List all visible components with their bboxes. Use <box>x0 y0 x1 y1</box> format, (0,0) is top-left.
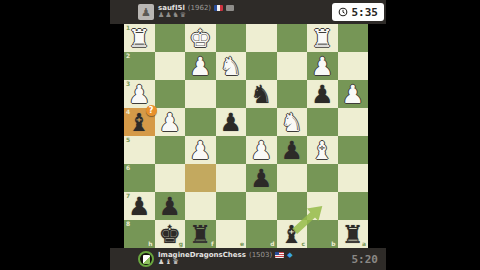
bottom-clock-time: 5:20 <box>352 253 379 266</box>
black-king[interactable]: ♚ <box>155 220 186 248</box>
square-d8[interactable]: d <box>246 220 277 248</box>
top-clock-time: 5:35 <box>352 6 379 19</box>
top-player-rating: (1962) <box>188 4 211 12</box>
file-label: c <box>301 241 305 247</box>
bottom-player-info[interactable]: ImagineDragonsChess (1503) ◆ ♟♝♛ <box>158 251 293 267</box>
square-f1[interactable]: ♚ <box>185 24 216 52</box>
square-g5[interactable] <box>155 136 186 164</box>
square-d4[interactable] <box>246 108 277 136</box>
square-h7[interactable]: ♟7 <box>124 192 155 220</box>
black-pawn[interactable]: ♟ <box>124 192 155 220</box>
square-e8[interactable]: e <box>216 220 247 248</box>
black-pawn[interactable]: ♟ <box>307 80 338 108</box>
white-rook[interactable]: ♜ <box>124 24 155 52</box>
square-f5[interactable]: ♟ <box>185 136 216 164</box>
square-d2[interactable] <box>246 52 277 80</box>
square-e4[interactable]: ♟ <box>216 108 247 136</box>
file-label: b <box>331 241 335 247</box>
top-player-avatar[interactable]: ♟ <box>138 4 154 20</box>
file-label: g <box>179 241 183 247</box>
white-pawn[interactable]: ♟ <box>246 136 277 164</box>
square-h3[interactable]: ♟3 <box>124 80 155 108</box>
black-knight[interactable]: ♞ <box>246 80 277 108</box>
square-c1[interactable] <box>277 24 308 52</box>
square-g2[interactable] <box>155 52 186 80</box>
square-e5[interactable] <box>216 136 247 164</box>
square-f2[interactable]: ♟ <box>185 52 216 80</box>
square-g7[interactable]: ♟ <box>155 192 186 220</box>
top-player-bar: ♟ saufI5l (1962) ♟♟♞♛ 5:35 <box>110 0 386 24</box>
square-c3[interactable] <box>277 80 308 108</box>
black-rook[interactable]: ♜ <box>338 220 369 248</box>
file-label: f <box>211 241 214 247</box>
rank-label: 2 <box>126 53 130 59</box>
black-pawn[interactable]: ♟ <box>277 136 308 164</box>
square-a6[interactable] <box>338 164 369 192</box>
square-b4[interactable] <box>307 108 338 136</box>
square-b7[interactable] <box>307 192 338 220</box>
rank-label: 5 <box>126 137 130 143</box>
square-f7[interactable] <box>185 192 216 220</box>
square-a8[interactable]: ♜a <box>338 220 369 248</box>
square-f6[interactable] <box>185 164 216 192</box>
rank-label: 6 <box>126 165 130 171</box>
mistake-badge: ? <box>146 105 157 116</box>
video-frame: ♟ saufI5l (1962) ♟♟♞♛ 5:35 <box>0 0 480 270</box>
square-e2[interactable]: ♞ <box>216 52 247 80</box>
square-a1[interactable] <box>338 24 369 52</box>
white-pawn[interactable]: ♟ <box>185 136 216 164</box>
square-f8[interactable]: ♜f <box>185 220 216 248</box>
file-label: h <box>148 241 152 247</box>
white-rook[interactable]: ♜ <box>307 24 338 52</box>
square-f4[interactable] <box>185 108 216 136</box>
square-a4[interactable] <box>338 108 369 136</box>
chess-board[interactable]: ♜1♚♜2♟♞♟♟3♞♟♟?♝4♟♟♞5♟♟♟♝6♟♟7♟8h♚g♜fed♝cb… <box>124 24 368 248</box>
square-h5[interactable]: 5 <box>124 136 155 164</box>
square-a3[interactable]: ♟ <box>338 80 369 108</box>
white-pawn[interactable]: ♟ <box>155 108 186 136</box>
square-g4[interactable]: ♟ <box>155 108 186 136</box>
square-g3[interactable] <box>155 80 186 108</box>
bottom-captured-pieces: ♟♝♛ <box>158 259 180 267</box>
diamond-badge-icon: ◆ <box>287 252 292 259</box>
square-c6[interactable] <box>277 164 308 192</box>
square-e7[interactable] <box>216 192 247 220</box>
square-g6[interactable] <box>155 164 186 192</box>
file-label: a <box>362 241 366 247</box>
square-a2[interactable] <box>338 52 369 80</box>
square-b8[interactable]: b <box>307 220 338 248</box>
rank-label: 8 <box>126 221 130 227</box>
square-a5[interactable] <box>338 136 369 164</box>
square-c7[interactable] <box>277 192 308 220</box>
square-h4[interactable]: ?♝4 <box>124 108 155 136</box>
square-h2[interactable]: 2 <box>124 52 155 80</box>
clock-icon <box>338 7 348 17</box>
bottom-player-avatar[interactable] <box>138 251 154 267</box>
square-h6[interactable]: 6 <box>124 164 155 192</box>
file-label: d <box>270 241 274 247</box>
square-c5[interactable]: ♟ <box>277 136 308 164</box>
black-pawn[interactable]: ♟ <box>155 192 186 220</box>
white-pawn[interactable]: ♟ <box>307 52 338 80</box>
black-rook[interactable]: ♜ <box>185 220 216 248</box>
square-c8[interactable]: ♝c <box>277 220 308 248</box>
player-badge-icon <box>226 5 234 11</box>
rank-label: 7 <box>126 193 130 199</box>
black-pawn[interactable]: ♟ <box>216 108 247 136</box>
bottom-player-rating: (1503) <box>249 251 272 259</box>
square-e3[interactable] <box>216 80 247 108</box>
rank-label: 3 <box>126 81 130 87</box>
top-clock: 5:35 <box>332 3 385 21</box>
square-e6[interactable] <box>216 164 247 192</box>
square-d5[interactable]: ♟ <box>246 136 277 164</box>
file-label: e <box>240 241 244 247</box>
square-h8[interactable]: 8h <box>124 220 155 248</box>
white-knight[interactable]: ♞ <box>216 52 247 80</box>
usa-flag-icon <box>275 252 284 258</box>
square-g1[interactable] <box>155 24 186 52</box>
square-b1[interactable]: ♜ <box>307 24 338 52</box>
white-knight[interactable]: ♞ <box>277 108 308 136</box>
white-pawn[interactable]: ♟ <box>185 52 216 80</box>
top-player-info[interactable]: saufI5l (1962) ♟♟♞♛ <box>158 4 234 20</box>
rank-label: 1 <box>126 25 130 31</box>
rank-label: 4 <box>126 109 130 115</box>
square-h1[interactable]: ♜1 <box>124 24 155 52</box>
square-d3[interactable]: ♞ <box>246 80 277 108</box>
square-g8[interactable]: ♚g <box>155 220 186 248</box>
bottom-player-bar: ImagineDragonsChess (1503) ◆ ♟♝♛ 5:20 <box>110 248 386 270</box>
white-pawn[interactable]: ♟ <box>338 80 369 108</box>
square-e1[interactable] <box>216 24 247 52</box>
top-captured-pieces: ♟♟♞♛ <box>158 12 187 20</box>
square-c4[interactable]: ♞ <box>277 108 308 136</box>
square-b3[interactable]: ♟ <box>307 80 338 108</box>
square-b2[interactable]: ♟ <box>307 52 338 80</box>
black-bishop[interactable]: ♝ <box>277 220 308 248</box>
square-f3[interactable] <box>185 80 216 108</box>
square-c2[interactable] <box>277 52 308 80</box>
white-bishop[interactable]: ♝ <box>307 136 338 164</box>
app-content: ♟ saufI5l (1962) ♟♟♞♛ 5:35 <box>110 0 386 270</box>
black-pawn[interactable]: ♟ <box>246 164 277 192</box>
square-d1[interactable] <box>246 24 277 52</box>
square-d7[interactable] <box>246 192 277 220</box>
white-pawn[interactable]: ♟ <box>124 80 155 108</box>
square-a7[interactable] <box>338 192 369 220</box>
square-b6[interactable] <box>307 164 338 192</box>
square-d6[interactable]: ♟ <box>246 164 277 192</box>
white-king[interactable]: ♚ <box>185 24 216 52</box>
square-b5[interactable]: ♝ <box>307 136 338 164</box>
france-flag-icon <box>214 5 223 11</box>
